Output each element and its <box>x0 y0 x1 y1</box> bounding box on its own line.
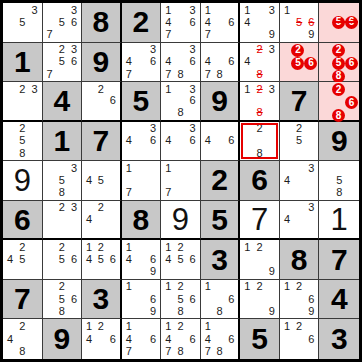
candidate-7 <box>281 345 293 358</box>
cell-r1c6[interactable]: 1467 <box>201 3 241 43</box>
pencil-marks: 23 <box>4 83 41 119</box>
candidate-9: 9 <box>266 266 278 278</box>
candidate-7 <box>162 266 174 278</box>
candidate-5 <box>95 95 107 107</box>
candidate-2 <box>16 4 28 16</box>
candidate-7: 7 <box>44 68 56 80</box>
candidate-8 <box>293 187 305 199</box>
candidate-3 <box>68 241 80 253</box>
cell-r5c9[interactable]: 58 <box>319 161 359 201</box>
given-digit: 9 <box>53 324 70 354</box>
cell-r7c2[interactable]: 256 <box>43 240 83 280</box>
pencil-marks: 346 <box>123 123 160 160</box>
given-digit: 7 <box>331 245 348 275</box>
candidate-8 <box>95 107 107 119</box>
cell-r4c1[interactable]: 258 <box>3 122 43 162</box>
cell-r6c7[interactable]: 7 <box>240 201 280 241</box>
cell-r2c4[interactable]: 3467 <box>122 43 162 83</box>
cell-r7c4[interactable]: 1469 <box>122 240 162 280</box>
candidate-9 <box>225 147 237 159</box>
candidate-4: 4 <box>83 333 95 346</box>
given-digit: 4 <box>331 284 348 314</box>
candidate-3 <box>28 123 40 135</box>
pencil-marks: 28 <box>241 123 278 160</box>
cell-r8c1[interactable]: 7 <box>3 280 43 320</box>
cell-r1c8[interactable]: 1569 <box>280 3 320 43</box>
cell-r6c2[interactable]: 23 <box>43 201 83 241</box>
candidate-4 <box>281 293 293 305</box>
candidate-2 <box>293 4 305 16</box>
cell-r4c5[interactable]: 346 <box>161 122 201 162</box>
candidate-6: 6 <box>68 293 80 305</box>
candidate-7 <box>123 147 135 159</box>
candidate-5 <box>174 174 186 186</box>
candidate-7 <box>44 266 56 278</box>
candidate-9 <box>225 345 237 358</box>
given-digit: 7 <box>14 284 31 314</box>
candidate-2 <box>293 202 305 214</box>
candidate-7: 7 <box>123 68 135 80</box>
candidate-4: 4 <box>123 135 135 147</box>
cell-r6c4[interactable]: 8 <box>122 201 162 241</box>
cell-r9c1[interactable]: 248 <box>3 319 43 359</box>
candidate-6: 6 <box>305 16 317 28</box>
candidate-9 <box>28 147 40 159</box>
pencil-marks: 12568 <box>162 281 199 318</box>
cell-r6c8[interactable]: 34 <box>280 201 320 241</box>
cell-r6c5[interactable]: 9 <box>161 201 201 241</box>
pencil-marks: 3567 <box>44 4 81 41</box>
pencil-marks: 23 <box>44 202 81 238</box>
candidate-6: 6 <box>107 95 119 107</box>
candidate-1: 1 <box>202 4 214 16</box>
cell-r8c3[interactable]: 3 <box>82 280 122 320</box>
candidate-4: 4 <box>4 254 16 266</box>
candidate-1 <box>281 202 293 214</box>
candidate-5: 5 <box>95 174 107 186</box>
given-digit: 5 <box>133 86 150 116</box>
pencil-marks: 358 <box>44 162 81 199</box>
cell-r8c4[interactable]: 169 <box>122 280 162 320</box>
candidate-1: 1 <box>202 320 214 333</box>
candidate-3 <box>68 281 80 293</box>
candidate-2: 2 <box>95 202 107 214</box>
candidate-9 <box>68 68 80 80</box>
candidate-9 <box>187 28 199 40</box>
given-digit: 8 <box>133 205 150 235</box>
candidate-8 <box>95 266 107 278</box>
cell-r8c7[interactable]: 129 <box>240 280 280 320</box>
candidate-6: 6 <box>187 293 199 305</box>
candidate-1: 1 <box>281 320 293 333</box>
candidate-1 <box>281 123 293 135</box>
candidate-8: 8 <box>333 187 346 199</box>
candidate-9 <box>187 266 199 278</box>
candidate-3: 3 <box>68 162 80 174</box>
candidate-4 <box>4 16 16 28</box>
candidate-3: 3 <box>147 123 159 135</box>
cell-r1c9[interactable]: 56 <box>319 3 359 43</box>
candidate-5: 5 <box>291 57 304 70</box>
cell-r5c4[interactable]: 17 <box>122 161 162 201</box>
candidate-4: 4 <box>281 174 293 186</box>
candidate-9 <box>266 68 278 80</box>
solved-digit: 7 <box>251 204 268 235</box>
cell-r6c6[interactable]: 5 <box>201 201 241 241</box>
candidate-1: 1 <box>241 281 253 293</box>
candidate-5 <box>214 56 226 68</box>
cell-r4c2[interactable]: 1 <box>43 122 83 162</box>
cell-r7c5[interactable]: 12456 <box>161 240 201 280</box>
candidate-3 <box>225 4 237 16</box>
candidate-4 <box>4 135 16 147</box>
candidate-7 <box>123 305 135 317</box>
candidate-5 <box>16 95 28 107</box>
candidate-2: 2 <box>16 83 28 95</box>
cell-r8c8[interactable]: 1269 <box>280 280 320 320</box>
candidate-8 <box>332 29 345 41</box>
candidate-7 <box>320 70 332 83</box>
candidate-6: 6 <box>225 56 237 68</box>
candidate-8: 8 <box>56 305 68 317</box>
pencil-marks: 56 <box>320 4 358 41</box>
candidate-2: 2 <box>332 83 345 96</box>
cell-r5c3[interactable]: 45 <box>82 161 122 201</box>
candidate-9 <box>147 68 159 80</box>
cell-r9c6[interactable]: 14678 <box>201 319 241 359</box>
candidate-1 <box>44 44 56 56</box>
candidate-8: 8 <box>332 70 345 83</box>
given-digit: 3 <box>331 324 348 354</box>
cell-r4c8[interactable]: 25 <box>280 122 320 162</box>
candidate-1 <box>320 44 332 57</box>
cell-r9c5[interactable]: 124678 <box>161 319 201 359</box>
pencil-marks: 2568 <box>320 44 358 81</box>
candidate-7: 7 <box>162 345 174 358</box>
candidate-6 <box>68 214 80 226</box>
cell-r4c6[interactable]: 46 <box>201 122 241 162</box>
candidate-1 <box>44 4 56 16</box>
cell-r2c3[interactable]: 9 <box>82 43 122 83</box>
cell-r6c1[interactable]: 6 <box>3 201 43 241</box>
pencil-marks: 346 <box>162 123 199 160</box>
candidate-1 <box>202 123 214 135</box>
cell-r4c9[interactable]: 9 <box>319 122 359 162</box>
candidate-3 <box>225 123 237 135</box>
candidate-2: 2 <box>254 281 266 293</box>
cell-r2c6[interactable]: 4678 <box>201 43 241 83</box>
candidate-2 <box>174 4 186 16</box>
pencil-marks: 2348 <box>241 44 278 81</box>
candidate-5 <box>135 135 147 147</box>
candidate-3: 3 <box>266 83 278 95</box>
candidate-9 <box>266 147 278 159</box>
candidate-2: 2 <box>95 320 107 333</box>
cell-r9c9[interactable]: 3 <box>319 319 359 359</box>
cell-r4c7[interactable]: 28 <box>240 122 280 162</box>
candidate-9 <box>28 266 40 278</box>
cell-r2c1[interactable]: 1 <box>3 43 43 83</box>
cell-r1c5[interactable]: 13467 <box>161 3 201 43</box>
cell-r7c7[interactable]: 129 <box>240 240 280 280</box>
cell-r6c9[interactable]: 1 <box>319 201 359 241</box>
candidate-4 <box>281 16 293 28</box>
given-digit: 1 <box>14 47 31 77</box>
candidate-3 <box>28 241 40 253</box>
cell-r7c6[interactable]: 3 <box>201 240 241 280</box>
cell-r5c7[interactable]: 6 <box>240 161 280 201</box>
candidate-8: 8 <box>254 147 266 159</box>
given-digit: 2 <box>211 165 228 195</box>
candidate-7 <box>202 305 214 317</box>
candidate-3 <box>305 320 317 333</box>
candidate-6: 6 <box>225 293 237 305</box>
candidate-6: 6 <box>68 16 80 28</box>
candidate-8 <box>254 28 266 40</box>
cell-r3c8[interactable]: 7 <box>280 82 320 122</box>
cell-r3c4[interactable]: 5 <box>122 82 162 122</box>
candidate-8: 8 <box>214 345 226 358</box>
candidate-1 <box>4 320 16 333</box>
candidate-3 <box>266 123 278 135</box>
cell-r1c3[interactable]: 8 <box>82 3 122 43</box>
candidate-2 <box>174 44 186 56</box>
candidate-4: 4 <box>241 16 253 28</box>
candidate-1: 1 <box>162 83 174 95</box>
candidate-9 <box>305 345 317 358</box>
candidate-5 <box>135 333 147 346</box>
cell-r8c5[interactable]: 12568 <box>161 280 201 320</box>
candidate-2: 2 <box>332 44 345 57</box>
cell-r1c1[interactable]: 35 <box>3 3 43 43</box>
candidate-7 <box>83 187 95 199</box>
candidate-9: 9 <box>147 266 159 278</box>
given-digit: 5 <box>211 205 228 235</box>
cell-r1c2[interactable]: 3567 <box>43 3 83 43</box>
cell-r8c2[interactable]: 2568 <box>43 280 83 320</box>
cell-r2c2[interactable]: 23567 <box>43 43 83 83</box>
candidate-8 <box>95 225 107 237</box>
cell-r1c7[interactable]: 1349 <box>240 3 280 43</box>
candidate-2 <box>293 162 305 174</box>
pencil-marks: 129 <box>241 281 278 318</box>
candidate-9 <box>305 225 317 237</box>
candidate-7 <box>4 345 16 358</box>
cell-r2c8[interactable]: 256 <box>280 43 320 83</box>
candidate-9: 9 <box>147 305 159 317</box>
candidate-8 <box>95 345 107 358</box>
cell-r9c7[interactable]: 5 <box>240 319 280 359</box>
candidate-2 <box>135 320 147 333</box>
candidate-3 <box>187 162 199 174</box>
candidate-9 <box>68 187 80 199</box>
candidate-2: 2 <box>16 241 28 253</box>
pencil-marks: 268 <box>320 83 358 119</box>
candidate-6: 6 <box>305 333 317 346</box>
candidate-7 <box>241 107 253 119</box>
candidate-8 <box>135 68 147 80</box>
candidate-4 <box>44 16 56 28</box>
cell-r4c3[interactable]: 7 <box>82 122 122 162</box>
cell-r6c3[interactable]: 24 <box>82 201 122 241</box>
candidate-2: 2 <box>56 281 68 293</box>
given-digit: 9 <box>211 86 228 116</box>
candidate-5 <box>135 56 147 68</box>
candidate-5 <box>174 56 186 68</box>
candidate-9 <box>147 187 159 199</box>
cell-r7c9[interactable]: 7 <box>319 240 359 280</box>
candidate-2: 2 <box>95 241 107 253</box>
candidate-8 <box>293 345 305 358</box>
cell-r4c4[interactable]: 346 <box>122 122 162 162</box>
candidate-3 <box>187 241 199 253</box>
pencil-marks: 45 <box>83 162 119 199</box>
cell-r5c8[interactable]: 34 <box>280 161 320 201</box>
cell-r1c4[interactable]: 2 <box>122 3 162 43</box>
cell-r3c1[interactable]: 23 <box>3 82 43 122</box>
candidate-6: 6 <box>147 333 159 346</box>
candidate-8 <box>174 147 186 159</box>
candidate-9 <box>187 107 199 119</box>
cell-r5c6[interactable]: 2 <box>201 161 241 201</box>
candidate-2 <box>174 162 186 174</box>
candidate-5 <box>16 333 28 346</box>
candidate-4 <box>44 254 56 266</box>
candidate-4 <box>241 293 253 305</box>
candidate-4 <box>44 214 56 226</box>
given-digit: 3 <box>93 284 110 314</box>
candidate-3 <box>305 123 317 135</box>
candidate-5 <box>293 214 305 226</box>
cell-r5c5[interactable]: 17 <box>161 161 201 201</box>
candidate-2 <box>174 83 186 95</box>
candidate-4: 4 <box>123 333 135 346</box>
candidate-7: 7 <box>162 68 174 80</box>
candidate-1: 1 <box>162 281 174 293</box>
pencil-marks: 34678 <box>162 44 199 81</box>
cell-r9c2[interactable]: 9 <box>43 319 83 359</box>
candidate-6 <box>187 174 199 186</box>
candidate-9: 9 <box>266 305 278 317</box>
pencil-marks: 25 <box>281 123 318 160</box>
cell-r5c1[interactable]: 9 <box>3 161 43 201</box>
candidate-6: 6 <box>225 135 237 147</box>
candidate-7: 7 <box>162 28 174 40</box>
candidate-4 <box>44 56 56 68</box>
candidate-1: 1 <box>241 4 253 16</box>
candidate-3 <box>345 44 358 57</box>
candidate-2: 2 <box>254 123 266 135</box>
solved-digit: 1 <box>331 204 348 235</box>
cell-r3c5[interactable]: 1368 <box>161 82 201 122</box>
candidate-6 <box>147 174 159 186</box>
cell-r5c2[interactable]: 358 <box>43 161 83 201</box>
candidate-8 <box>293 28 305 40</box>
cell-r3c9[interactable]: 268 <box>319 82 359 122</box>
candidate-9 <box>345 70 358 83</box>
candidate-5 <box>135 254 147 266</box>
cell-r3c2[interactable]: 4 <box>43 82 83 122</box>
candidate-1: 1 <box>123 162 135 174</box>
candidate-5: 5 <box>332 57 345 70</box>
candidate-7 <box>83 107 95 119</box>
given-digit: 9 <box>331 126 348 156</box>
candidate-1 <box>44 202 56 214</box>
candidate-9 <box>187 305 199 317</box>
cell-r8c6[interactable]: 168 <box>201 280 241 320</box>
cell-r3c6[interactable]: 9 <box>201 82 241 122</box>
candidate-2 <box>333 162 346 174</box>
cell-r3c7[interactable]: 1238 <box>240 82 280 122</box>
given-digit: 6 <box>251 165 268 195</box>
candidate-1 <box>44 241 56 253</box>
candidate-3 <box>28 320 40 333</box>
candidate-7 <box>241 147 253 159</box>
candidate-4: 4 <box>83 254 95 266</box>
candidate-9 <box>147 345 159 358</box>
cell-r3c3[interactable]: 26 <box>82 82 122 122</box>
given-digit: 8 <box>93 7 110 37</box>
cell-r2c9[interactable]: 2568 <box>319 43 359 83</box>
candidate-4 <box>320 57 332 70</box>
cell-r9c3[interactable]: 1246 <box>82 319 122 359</box>
candidate-7 <box>44 225 56 237</box>
pencil-marks: 2568 <box>44 281 81 318</box>
cell-r7c1[interactable]: 245 <box>3 240 43 280</box>
candidate-4 <box>44 293 56 305</box>
candidate-1 <box>281 162 293 174</box>
candidate-3 <box>345 4 358 16</box>
candidate-9 <box>266 107 278 119</box>
candidate-5 <box>174 95 186 107</box>
cell-r9c4[interactable]: 1467 <box>122 319 162 359</box>
candidate-6: 6 <box>187 254 199 266</box>
cell-r2c5[interactable]: 34678 <box>161 43 201 83</box>
candidate-3 <box>107 320 119 333</box>
candidate-3: 3 <box>266 4 278 16</box>
candidate-3: 3 <box>187 44 199 56</box>
candidate-7 <box>281 225 293 237</box>
candidate-5 <box>254 56 266 68</box>
candidate-9 <box>147 147 159 159</box>
candidate-4 <box>162 293 174 305</box>
candidate-9 <box>28 345 40 358</box>
candidate-1: 1 <box>123 281 135 293</box>
pencil-marks: 126 <box>281 320 318 358</box>
candidate-4 <box>281 135 293 147</box>
candidate-6: 6 <box>187 56 199 68</box>
candidate-4 <box>320 16 332 29</box>
candidate-2 <box>214 4 226 16</box>
pencil-marks: 12456 <box>162 241 199 278</box>
candidate-7: 7 <box>123 187 135 199</box>
candidate-4: 4 <box>202 56 214 68</box>
cell-r7c8[interactable]: 8 <box>280 240 320 280</box>
candidate-7 <box>281 147 293 159</box>
cell-r9c8[interactable]: 126 <box>280 319 320 359</box>
candidate-3 <box>147 281 159 293</box>
cell-r7c3[interactable]: 12456 <box>82 240 122 280</box>
cell-r2c7[interactable]: 2348 <box>240 43 280 83</box>
candidate-7 <box>320 187 333 199</box>
cell-r8c9[interactable]: 4 <box>319 280 359 320</box>
candidate-8 <box>16 266 28 278</box>
candidate-8 <box>293 305 305 317</box>
candidate-8 <box>174 28 186 40</box>
candidate-1: 1 <box>123 320 135 333</box>
candidate-8 <box>214 28 226 40</box>
candidate-5 <box>254 293 266 305</box>
